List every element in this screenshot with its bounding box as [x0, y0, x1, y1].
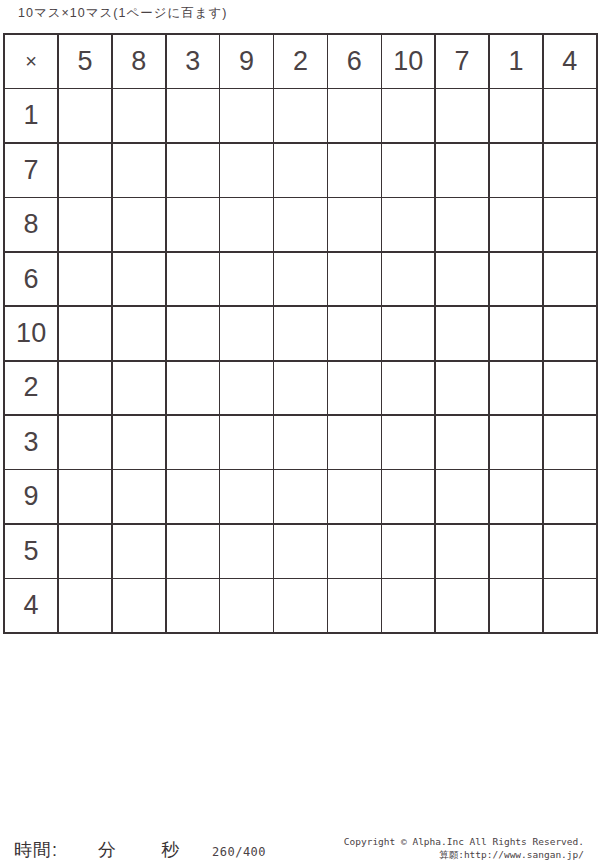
answer-cell[interactable]: [167, 89, 219, 142]
answer-cell[interactable]: [328, 253, 380, 306]
answer-cell[interactable]: [167, 579, 219, 632]
answer-cell[interactable]: [220, 307, 272, 360]
answer-cell[interactable]: [436, 416, 488, 469]
answer-cell[interactable]: [59, 416, 111, 469]
answer-cell[interactable]: [382, 416, 434, 469]
answer-cell[interactable]: [220, 416, 272, 469]
answer-cell[interactable]: [382, 470, 434, 523]
row-header-cell: 4: [5, 579, 57, 632]
answer-cell[interactable]: [490, 89, 542, 142]
answer-cell[interactable]: [436, 307, 488, 360]
answer-cell[interactable]: [113, 144, 165, 197]
answer-cell[interactable]: [274, 416, 326, 469]
answer-cell[interactable]: [382, 307, 434, 360]
answer-cell[interactable]: [113, 307, 165, 360]
answer-cell[interactable]: [113, 198, 165, 251]
row-header-cell: 3: [5, 416, 57, 469]
answer-cell[interactable]: [328, 470, 380, 523]
answer-cell[interactable]: [382, 144, 434, 197]
answer-cell[interactable]: [167, 198, 219, 251]
answer-cell[interactable]: [220, 144, 272, 197]
answer-cell[interactable]: [436, 89, 488, 142]
col-header-cell: 1: [490, 35, 542, 88]
answer-cell[interactable]: [490, 253, 542, 306]
answer-cell[interactable]: [59, 525, 111, 578]
answer-cell[interactable]: [382, 362, 434, 415]
answer-cell[interactable]: [167, 307, 219, 360]
answer-cell[interactable]: [274, 144, 326, 197]
answer-cell[interactable]: [328, 579, 380, 632]
answer-cell[interactable]: [436, 253, 488, 306]
answer-cell[interactable]: [544, 362, 596, 415]
answer-cell[interactable]: [544, 470, 596, 523]
answer-cell[interactable]: [274, 525, 326, 578]
time-entry-line: 時間: 分 秒: [14, 838, 188, 865]
minutes-label: 分: [98, 838, 117, 862]
answer-cell[interactable]: [167, 362, 219, 415]
answer-cell[interactable]: [59, 579, 111, 632]
answer-cell[interactable]: [113, 416, 165, 469]
col-header-cell: 2: [274, 35, 326, 88]
row-header-cell: 5: [5, 525, 57, 578]
copyright-block: Copyright © Alpha.Inc All Rights Reserve…: [344, 836, 584, 861]
answer-cell[interactable]: [382, 198, 434, 251]
col-header-cell: 10: [382, 35, 434, 88]
site-url-text: 算願:http://www.sangan.jp/: [344, 849, 584, 862]
row-header-cell: 8: [5, 198, 57, 251]
col-header-cell: 8: [113, 35, 165, 88]
answer-cell[interactable]: [59, 362, 111, 415]
col-header-cell: 6: [328, 35, 380, 88]
answer-cell[interactable]: [274, 253, 326, 306]
worksheet-page: { "game": "hyakumasu-keisan (100-square …: [0, 0, 600, 865]
answer-cell[interactable]: [544, 253, 596, 306]
answer-cell[interactable]: [274, 362, 326, 415]
answer-cell[interactable]: [167, 253, 219, 306]
answer-cell[interactable]: [167, 470, 219, 523]
operator-cell: ×: [5, 35, 57, 88]
col-header-cell: 3: [167, 35, 219, 88]
answer-cell[interactable]: [490, 579, 542, 632]
answer-cell[interactable]: [59, 470, 111, 523]
row-header-cell: 6: [5, 253, 57, 306]
answer-cell[interactable]: [113, 253, 165, 306]
answer-cell[interactable]: [113, 89, 165, 142]
answer-cell[interactable]: [328, 307, 380, 360]
answer-cell[interactable]: [220, 362, 272, 415]
answer-cell[interactable]: [544, 89, 596, 142]
answer-cell[interactable]: [167, 144, 219, 197]
col-header-cell: 5: [59, 35, 111, 88]
answer-cell[interactable]: [436, 144, 488, 197]
answer-cell[interactable]: [59, 198, 111, 251]
answer-cell[interactable]: [274, 198, 326, 251]
answer-cell[interactable]: [113, 362, 165, 415]
answer-cell[interactable]: [436, 525, 488, 578]
answer-cell[interactable]: [544, 416, 596, 469]
answer-cell[interactable]: [544, 579, 596, 632]
answer-cell[interactable]: [113, 525, 165, 578]
answer-cell[interactable]: [274, 470, 326, 523]
answer-cell[interactable]: [490, 144, 542, 197]
answer-cell[interactable]: [220, 253, 272, 306]
answer-cell[interactable]: [328, 144, 380, 197]
answer-cell[interactable]: [490, 470, 542, 523]
answer-cell[interactable]: [274, 89, 326, 142]
answer-cell[interactable]: [382, 253, 434, 306]
answer-cell[interactable]: [220, 525, 272, 578]
answer-cell[interactable]: [59, 89, 111, 142]
answer-cell[interactable]: [113, 579, 165, 632]
answer-cell[interactable]: [382, 579, 434, 632]
answer-cell[interactable]: [113, 470, 165, 523]
col-header-cell: 7: [436, 35, 488, 88]
copyright-text: Copyright © Alpha.Inc All Rights Reserve…: [344, 836, 584, 849]
row-header-cell: 7: [5, 144, 57, 197]
answer-cell[interactable]: [436, 470, 488, 523]
row-header-cell: 9: [5, 470, 57, 523]
worksheet-title: 10マス×10マス(1ページに百ます): [18, 5, 228, 22]
row-header-cell: 2: [5, 362, 57, 415]
answer-cell[interactable]: [544, 198, 596, 251]
answer-cell[interactable]: [167, 416, 219, 469]
answer-cell[interactable]: [328, 362, 380, 415]
row-header-cell: 1: [5, 89, 57, 142]
answer-cell[interactable]: [382, 89, 434, 142]
answer-cell[interactable]: [328, 89, 380, 142]
page-indicator: 260/400: [212, 845, 266, 859]
answer-cell[interactable]: [436, 198, 488, 251]
answer-cell[interactable]: [382, 525, 434, 578]
answer-cell[interactable]: [274, 579, 326, 632]
answer-cell[interactable]: [167, 525, 219, 578]
answer-cell[interactable]: [59, 253, 111, 306]
answer-cell[interactable]: [328, 198, 380, 251]
answer-cell[interactable]: [59, 307, 111, 360]
answer-cell[interactable]: [220, 89, 272, 142]
answer-cell[interactable]: [490, 307, 542, 360]
answer-cell[interactable]: [328, 525, 380, 578]
answer-cell[interactable]: [220, 579, 272, 632]
answer-cell[interactable]: [490, 416, 542, 469]
answer-cell[interactable]: [220, 198, 272, 251]
answer-cell[interactable]: [544, 307, 596, 360]
answer-cell[interactable]: [220, 470, 272, 523]
answer-cell[interactable]: [544, 144, 596, 197]
answer-cell[interactable]: [544, 525, 596, 578]
answer-cell[interactable]: [328, 416, 380, 469]
answer-cell[interactable]: [59, 144, 111, 197]
seconds-label: 秒: [161, 838, 180, 862]
col-header-cell: 9: [220, 35, 272, 88]
col-header-cell: 4: [544, 35, 596, 88]
time-label: 時間:: [14, 838, 58, 862]
multiplication-grid: ×5839261071417861023954: [3, 33, 598, 634]
answer-cell[interactable]: [490, 362, 542, 415]
answer-cell[interactable]: [490, 525, 542, 578]
answer-cell[interactable]: [436, 362, 488, 415]
answer-cell[interactable]: [490, 198, 542, 251]
answer-cell[interactable]: [274, 307, 326, 360]
row-header-cell: 10: [5, 307, 57, 360]
answer-cell[interactable]: [436, 579, 488, 632]
